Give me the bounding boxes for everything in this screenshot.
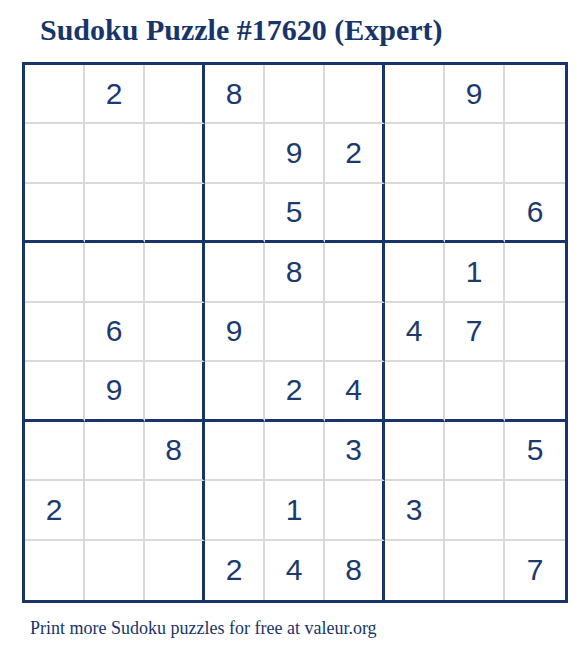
sudoku-cell-r6c5: 2 [265,362,325,421]
sudoku-cell-r4c4 [205,243,265,302]
sudoku-cell-r1c7 [385,65,445,124]
sudoku-cell-r7c1 [25,422,85,481]
sudoku-cell-r8c1: 2 [25,481,85,540]
sudoku-cell-r7c2 [85,422,145,481]
sudoku-cell-r3c9: 6 [505,184,565,243]
sudoku-cell-r2c9 [505,124,565,183]
sudoku-cell-r3c6 [325,184,385,243]
sudoku-cell-r9c5: 4 [265,541,325,600]
sudoku-cell-r1c2: 2 [85,65,145,124]
sudoku-cell-r2c7 [385,124,445,183]
sudoku-cell-r8c7: 3 [385,481,445,540]
sudoku-cell-r1c3 [145,65,205,124]
sudoku-cell-r7c4 [205,422,265,481]
page-title: Sudoku Puzzle #17620 (Expert) [40,13,443,47]
sudoku-cell-r2c5: 9 [265,124,325,183]
sudoku-cell-r4c8: 1 [445,243,505,302]
sudoku-cell-r4c5: 8 [265,243,325,302]
sudoku-cell-r4c2 [85,243,145,302]
sudoku-board: 28992568169479248352132487 [22,62,568,603]
sudoku-cell-r6c9 [505,362,565,421]
sudoku-cell-r2c4 [205,124,265,183]
sudoku-cell-r7c6: 3 [325,422,385,481]
sudoku-cell-r6c6: 4 [325,362,385,421]
sudoku-cell-r3c4 [205,184,265,243]
sudoku-cell-r8c8 [445,481,505,540]
sudoku-cell-r6c1 [25,362,85,421]
sudoku-cell-r9c8 [445,541,505,600]
sudoku-cell-r3c1 [25,184,85,243]
sudoku-cell-r2c8 [445,124,505,183]
sudoku-cell-r7c3: 8 [145,422,205,481]
sudoku-cell-r6c3 [145,362,205,421]
sudoku-cell-r8c5: 1 [265,481,325,540]
sudoku-cell-r9c2 [85,541,145,600]
sudoku-cell-r8c6 [325,481,385,540]
sudoku-cell-r6c8 [445,362,505,421]
sudoku-cell-r3c2 [85,184,145,243]
sudoku-cell-r7c5 [265,422,325,481]
sudoku-cell-r8c9 [505,481,565,540]
sudoku-cell-r8c2 [85,481,145,540]
sudoku-cell-r1c1 [25,65,85,124]
sudoku-cell-r9c9: 7 [505,541,565,600]
sudoku-cell-r3c8 [445,184,505,243]
sudoku-cell-r5c4: 9 [205,303,265,362]
sudoku-cell-r2c3 [145,124,205,183]
sudoku-cell-r5c3 [145,303,205,362]
sudoku-cell-r5c7: 4 [385,303,445,362]
sudoku-cell-r3c7 [385,184,445,243]
sudoku-cell-r9c3 [145,541,205,600]
sudoku-cell-r9c1 [25,541,85,600]
sudoku-cell-r9c7 [385,541,445,600]
sudoku-cell-r7c9: 5 [505,422,565,481]
sudoku-cell-r9c4: 2 [205,541,265,600]
sudoku-cell-r2c6: 2 [325,124,385,183]
sudoku-cell-r2c1 [25,124,85,183]
sudoku-cell-r8c3 [145,481,205,540]
sudoku-cell-r4c7 [385,243,445,302]
sudoku-cell-r7c7 [385,422,445,481]
sudoku-cell-r4c3 [145,243,205,302]
sudoku-cell-r5c5 [265,303,325,362]
sudoku-cell-r6c7 [385,362,445,421]
sudoku-cell-r1c6 [325,65,385,124]
sudoku-page: Sudoku Puzzle #17620 (Expert) 2899256816… [0,0,580,651]
sudoku-cell-r4c1 [25,243,85,302]
sudoku-cell-r1c4: 8 [205,65,265,124]
sudoku-cell-r2c2 [85,124,145,183]
sudoku-cell-r8c4 [205,481,265,540]
sudoku-cell-r7c8 [445,422,505,481]
sudoku-cell-r4c9 [505,243,565,302]
sudoku-cell-r9c6: 8 [325,541,385,600]
sudoku-cell-r3c3 [145,184,205,243]
sudoku-cell-r6c4 [205,362,265,421]
footer-text: Print more Sudoku puzzles for free at va… [30,617,377,639]
sudoku-cell-r5c6 [325,303,385,362]
sudoku-cell-r4c6 [325,243,385,302]
sudoku-cell-r1c5 [265,65,325,124]
sudoku-cell-r6c2: 9 [85,362,145,421]
sudoku-cell-r5c2: 6 [85,303,145,362]
sudoku-cell-r1c9 [505,65,565,124]
sudoku-cell-r5c9 [505,303,565,362]
sudoku-cell-r5c1 [25,303,85,362]
sudoku-cell-r1c8: 9 [445,65,505,124]
sudoku-cell-r3c5: 5 [265,184,325,243]
sudoku-cell-r5c8: 7 [445,303,505,362]
